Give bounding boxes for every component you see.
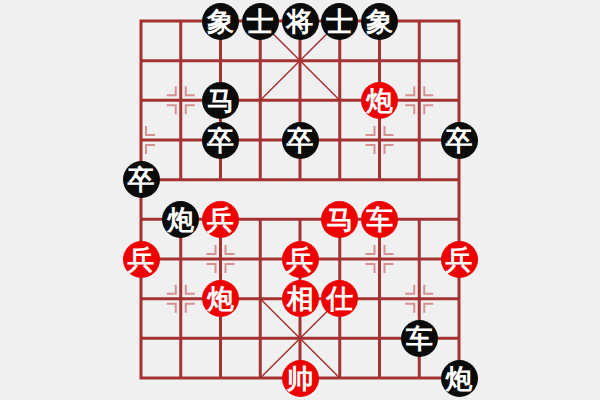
- piece-black-pawn[interactable]: 卒: [202, 122, 239, 159]
- piece-black-cannon[interactable]: 炮: [441, 360, 478, 397]
- piece-black-horse[interactable]: 马: [202, 82, 239, 119]
- piece-black-pawn[interactable]: 卒: [123, 161, 160, 198]
- piece-black-elephant[interactable]: 象: [202, 3, 239, 40]
- piece-red-pawn[interactable]: 兵: [441, 241, 478, 278]
- piece-red-elephant[interactable]: 相: [282, 280, 319, 317]
- piece-red-cannon[interactable]: 炮: [202, 280, 239, 317]
- piece-black-advisor[interactable]: 士: [242, 3, 279, 40]
- piece-red-general[interactable]: 帅: [282, 360, 319, 397]
- piece-black-cannon[interactable]: 炮: [162, 201, 199, 238]
- piece-red-pawn[interactable]: 兵: [202, 201, 239, 238]
- piece-red-pawn[interactable]: 兵: [123, 241, 160, 278]
- piece-black-pawn[interactable]: 卒: [441, 122, 478, 159]
- piece-red-chariot[interactable]: 车: [361, 201, 398, 238]
- piece-black-general[interactable]: 将: [282, 3, 319, 40]
- piece-black-pawn[interactable]: 卒: [282, 122, 319, 159]
- piece-black-advisor[interactable]: 士: [321, 3, 358, 40]
- piece-red-pawn[interactable]: 兵: [282, 241, 319, 278]
- xiangqi-board[interactable]: 象士将士象马卒卒卒卒炮车炮炮兵马车兵兵兵炮相仕帅: [0, 0, 600, 400]
- piece-red-advisor[interactable]: 仕: [321, 280, 358, 317]
- piece-red-horse[interactable]: 马: [321, 201, 358, 238]
- board-grid: [0, 0, 600, 400]
- piece-black-chariot[interactable]: 车: [401, 320, 438, 357]
- piece-red-cannon[interactable]: 炮: [361, 82, 398, 119]
- piece-black-elephant[interactable]: 象: [361, 3, 398, 40]
